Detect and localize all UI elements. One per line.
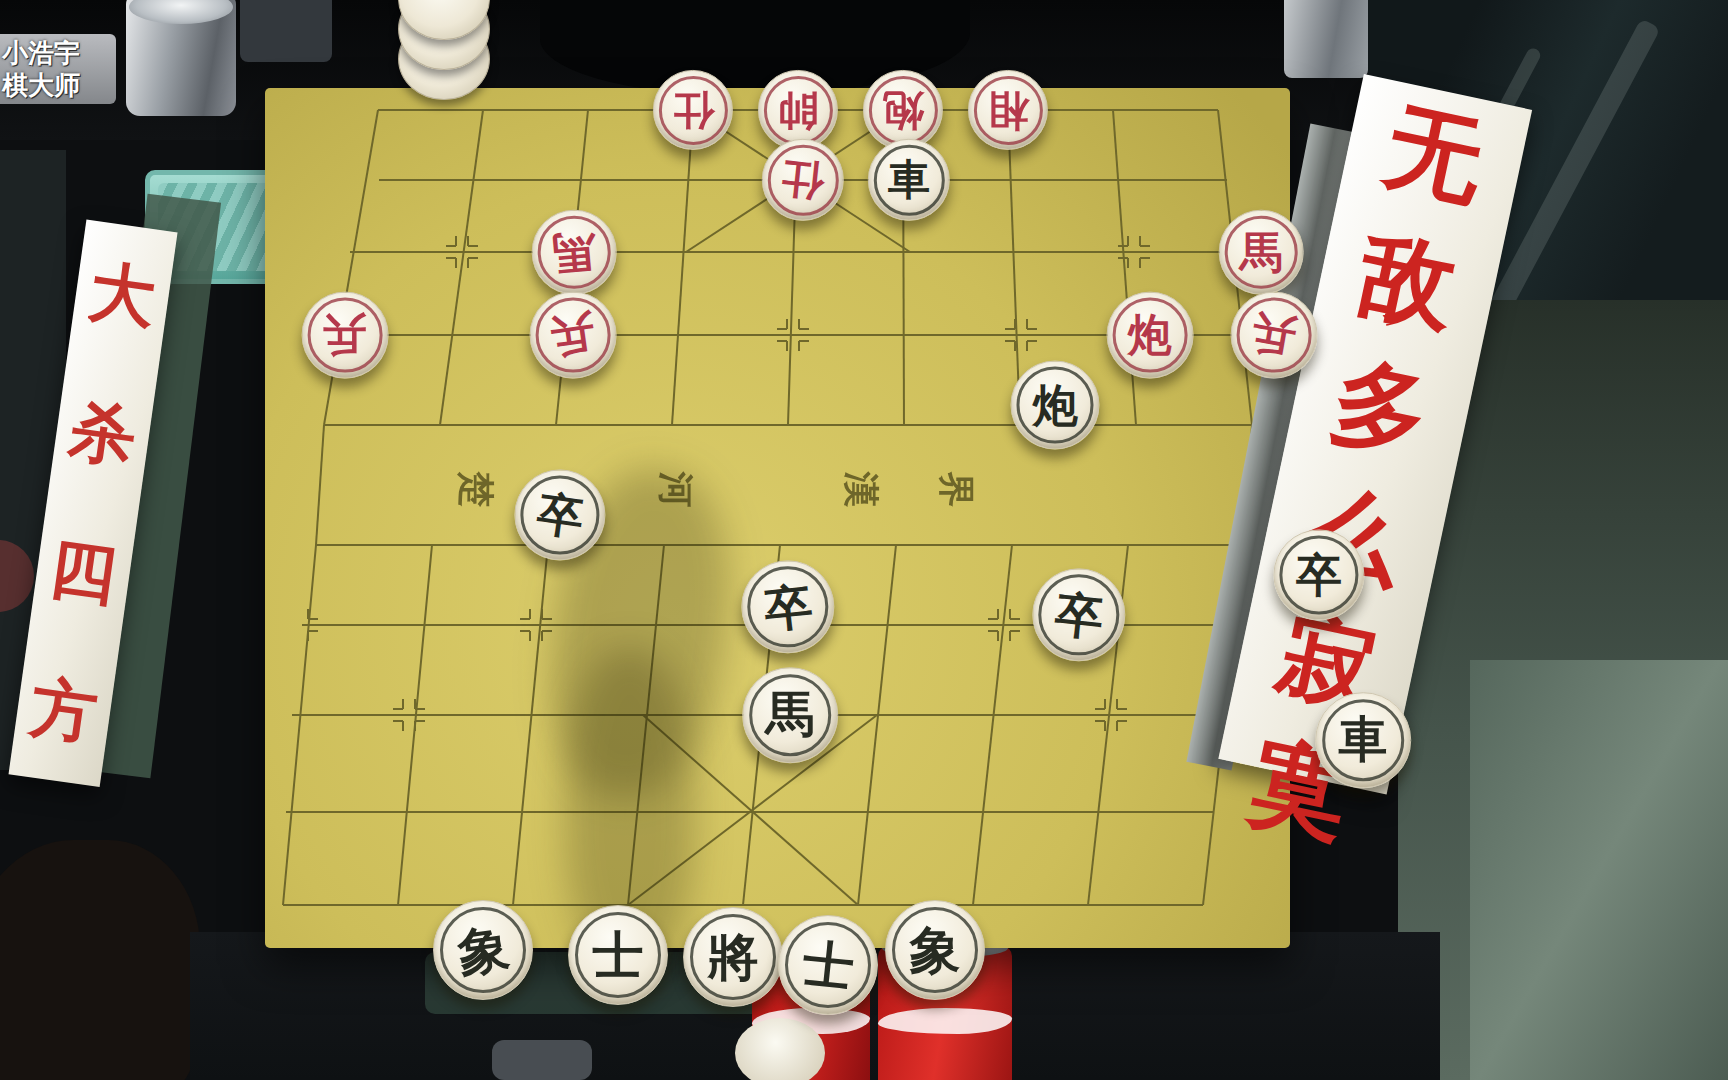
loose-piece-on-table [735, 1018, 825, 1080]
red-soldier-i4[interactable]: 兵 [1231, 292, 1318, 379]
red-soldier-c4[interactable]: 兵 [530, 292, 617, 379]
piece-character: 卒 [534, 489, 586, 541]
metal-cup [1284, 0, 1368, 78]
red-cannon-f1[interactable]: 炮 [863, 70, 943, 150]
piece-character: 炮 [883, 90, 924, 131]
black-king-e10[interactable]: 將 [683, 907, 783, 1007]
banner-character: 多 [1320, 336, 1441, 483]
piece-character: 車 [888, 159, 930, 201]
channel-watermark: 小浩宇 棋大师 [0, 34, 116, 104]
piece-character: 仕 [673, 90, 714, 131]
black-soldier-g7[interactable]: 卒 [1032, 568, 1125, 661]
black-elephant-c10[interactable]: 象 [433, 900, 533, 1000]
piece-character: 馬 [1240, 231, 1283, 274]
river-character: 界 [931, 472, 980, 508]
red-soldier-a4[interactable]: 兵 [302, 292, 389, 379]
piece-character: 卒 [1296, 552, 1342, 598]
red-cannon-h4[interactable]: 炮 [1107, 292, 1194, 379]
piece-character: 馬 [766, 691, 815, 740]
red-advisor-d1[interactable]: 仕 [653, 70, 733, 150]
piece-character: 士 [800, 937, 856, 993]
xiangqi-board[interactable]: 楚河漢界 [265, 88, 1290, 948]
red-horse-c3[interactable]: 馬 [532, 210, 617, 295]
piece-character: 象 [910, 925, 961, 976]
banner-character: 四 [44, 523, 122, 621]
piece-character: 士 [593, 930, 644, 981]
piece-character: 炮 [1128, 313, 1172, 357]
river-character: 楚 [451, 472, 500, 508]
piece-character: 馬 [551, 229, 598, 276]
red-horse-i3[interactable]: 馬 [1219, 210, 1304, 295]
black-soldier-e7[interactable]: 卒 [741, 560, 834, 653]
piece-character: 兵 [1249, 310, 1300, 361]
black-elephant-g10[interactable]: 象 [885, 900, 985, 1000]
banner-character: 敌 [1347, 209, 1468, 356]
keys [492, 1040, 592, 1080]
glass-panel-bottom-right [1470, 660, 1728, 1080]
red-elephant-g1[interactable]: 相 [968, 70, 1048, 150]
black-cannon-g5[interactable]: 炮 [1011, 361, 1100, 450]
watermark-line1: 小浩宇 [2, 37, 116, 70]
piece-character: 車 [1339, 716, 1388, 765]
piece-character: 仕 [780, 157, 826, 203]
black-soldier-i6[interactable]: 卒 [1273, 529, 1364, 620]
watermark-line2: 棋大师 [2, 69, 116, 102]
banner-character: 大 [83, 246, 161, 344]
black-advisor-f10[interactable]: 士 [778, 915, 878, 1015]
black-horse-e8[interactable]: 馬 [742, 667, 838, 763]
banner-character: 方 [25, 662, 103, 760]
piece-character: 象 [454, 921, 512, 979]
piece-character: 炮 [1033, 383, 1078, 428]
banner-character: 无 [1374, 82, 1495, 229]
piece-character: 將 [708, 932, 759, 983]
player-hand [0, 840, 200, 1080]
piece-character: 卒 [762, 581, 815, 634]
river-character: 漢 [836, 472, 885, 508]
piece-character: 兵 [323, 313, 367, 357]
piece-character: 卒 [1053, 589, 1106, 642]
piece-character: 相 [988, 90, 1029, 131]
piece-character: 帥 [778, 90, 819, 131]
black-advisor-d10[interactable]: 士 [568, 905, 668, 1005]
metal-cup [126, 0, 236, 116]
piece-character: 兵 [548, 310, 598, 360]
metal-cup [240, 0, 332, 62]
banner-character: 杀 [64, 385, 142, 483]
board-grid [265, 88, 1290, 948]
black-soldier-c6[interactable]: 卒 [514, 469, 605, 560]
black-chariot-i8[interactable]: 車 [1315, 692, 1411, 788]
